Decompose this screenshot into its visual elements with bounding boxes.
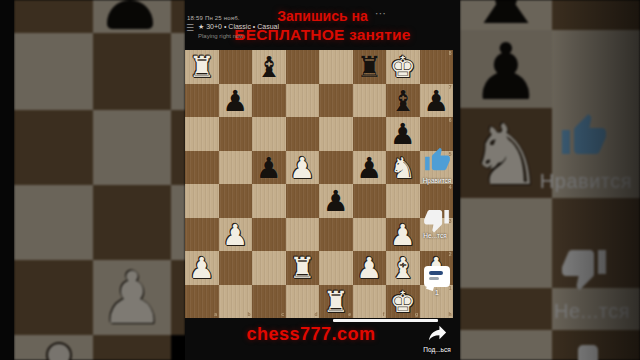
square-a4[interactable]	[185, 184, 219, 218]
piece-white-king-g8[interactable]: ♚	[386, 50, 420, 84]
promo-line1: Запишись на	[185, 8, 460, 24]
square-c6[interactable]	[252, 117, 286, 151]
like-label[interactable]: Нравится	[409, 177, 460, 184]
square-b2[interactable]	[219, 251, 253, 285]
bg-square	[93, 185, 171, 260]
piece-white-pawn-d5[interactable]: ♟	[286, 151, 320, 185]
file-label: f	[383, 312, 385, 317]
comments-button[interactable]	[424, 266, 450, 287]
left-edge-bar	[0, 0, 14, 360]
rank-label: 8	[449, 51, 452, 56]
phone-screen: 18:59 Пн 25 нояб. Запишись на БЕСПЛАТНОЕ…	[185, 0, 460, 360]
file-label: d	[314, 312, 317, 317]
square-f1[interactable]: f	[353, 285, 387, 319]
rank-label: 4	[449, 185, 452, 190]
file-label: c	[281, 312, 284, 317]
chess-board[interactable]: 8765432abcdefg1h♜♝♜♚♟♝♟♟♟♟♟♞♟♟♟♟♜♟♝♟♜♚	[185, 50, 453, 318]
bg-square	[14, 33, 93, 110]
square-a6[interactable]	[185, 117, 219, 151]
bg-square	[171, 260, 185, 335]
square-e2[interactable]	[319, 251, 353, 285]
bg-square	[14, 0, 93, 33]
square-d7[interactable]	[286, 84, 320, 118]
square-e8[interactable]	[319, 50, 353, 84]
bg-white-pawn-icon: ♟	[93, 258, 171, 335]
piece-black-bishop-g7[interactable]: ♝	[386, 84, 420, 118]
background-left: ♟	[0, 0, 185, 360]
bg-square	[93, 33, 171, 110]
game-subtitle: Playing right now	[198, 33, 244, 39]
square-a3[interactable]	[185, 218, 219, 252]
square-d1[interactable]: d	[286, 285, 320, 319]
video-frame: ♟ ♝ ♟ ♞ Нравится	[0, 0, 640, 360]
bg-square	[171, 0, 185, 33]
square-e7[interactable]	[319, 84, 353, 118]
piece-white-pawn-f2[interactable]: ♟	[353, 251, 387, 285]
square-a5[interactable]	[185, 151, 219, 185]
dislike-button[interactable]	[423, 206, 450, 234]
square-e6[interactable]	[319, 117, 353, 151]
square-b6[interactable]	[219, 117, 253, 151]
progress-bar[interactable]	[333, 319, 438, 322]
menu-icon[interactable]: ☰	[186, 23, 194, 33]
piece-black-pawn-g6[interactable]: ♟	[386, 117, 420, 151]
file-label: a	[214, 312, 217, 317]
square-c3[interactable]	[252, 218, 286, 252]
file-label: h	[448, 312, 451, 317]
more-options-icon[interactable]: ⋯	[375, 7, 386, 20]
square-c4[interactable]	[252, 184, 286, 218]
bg-square	[171, 33, 185, 110]
bg-square	[14, 185, 93, 260]
square-g4[interactable]	[386, 184, 420, 218]
piece-white-pawn-b3[interactable]: ♟	[219, 218, 253, 252]
background-right: ♝ ♟ ♞ Нравится Не...тся	[460, 0, 640, 360]
piece-black-pawn-f5[interactable]: ♟	[353, 151, 387, 185]
bg-square	[14, 110, 93, 185]
piece-black-pawn-b7[interactable]: ♟	[219, 84, 253, 118]
dislike-label[interactable]: Не...тся	[407, 232, 460, 239]
piece-white-rook-a8[interactable]: ♜	[185, 50, 219, 84]
square-d8[interactable]	[286, 50, 320, 84]
piece-black-rook-f8[interactable]: ♜	[353, 50, 387, 84]
square-e5[interactable]	[319, 151, 353, 185]
square-d4[interactable]	[286, 184, 320, 218]
square-b4[interactable]	[219, 184, 253, 218]
piece-white-rook-e1[interactable]: ♜	[319, 285, 353, 319]
comments-count[interactable]: 1	[409, 288, 460, 297]
bg-square	[93, 110, 171, 185]
square-b1[interactable]: b	[219, 285, 253, 319]
piece-black-pawn-h7[interactable]: ♟	[420, 84, 454, 118]
game-meta: ★ 30+0 • Classic • Casual	[198, 23, 279, 31]
like-button[interactable]	[424, 146, 451, 174]
square-b8[interactable]	[219, 50, 253, 84]
square-f3[interactable]	[353, 218, 387, 252]
square-f7[interactable]	[353, 84, 387, 118]
square-c2[interactable]	[252, 251, 286, 285]
square-c1[interactable]: c	[252, 285, 286, 319]
square-b5[interactable]	[219, 151, 253, 185]
piece-black-bishop-c8[interactable]: ♝	[252, 50, 286, 84]
right-vignette	[460, 0, 640, 360]
piece-black-pawn-e4[interactable]: ♟	[319, 184, 353, 218]
square-d3[interactable]	[286, 218, 320, 252]
bg-square	[171, 110, 185, 185]
bg-square	[14, 260, 93, 335]
piece-white-bishop-g2[interactable]: ♝	[386, 251, 420, 285]
square-d6[interactable]	[286, 117, 320, 151]
file-label: b	[247, 312, 250, 317]
square-h8[interactable]: 8	[420, 50, 454, 84]
piece-white-pawn-a2[interactable]: ♟	[185, 251, 219, 285]
square-e3[interactable]	[319, 218, 353, 252]
bubble-line2	[429, 277, 439, 280]
bubble-line1	[429, 271, 443, 275]
square-f6[interactable]	[353, 117, 387, 151]
bg-square	[171, 185, 185, 260]
rank-label: 6	[449, 118, 452, 123]
share-label[interactable]: Под...ься	[409, 346, 460, 353]
piece-white-rook-d2[interactable]: ♜	[286, 251, 320, 285]
site-watermark: chess777.com	[185, 324, 437, 345]
square-f4[interactable]	[353, 184, 387, 218]
piece-black-pawn-c5[interactable]: ♟	[252, 151, 286, 185]
square-c7[interactable]	[252, 84, 286, 118]
square-a1[interactable]: a	[185, 285, 219, 319]
square-a7[interactable]	[185, 84, 219, 118]
